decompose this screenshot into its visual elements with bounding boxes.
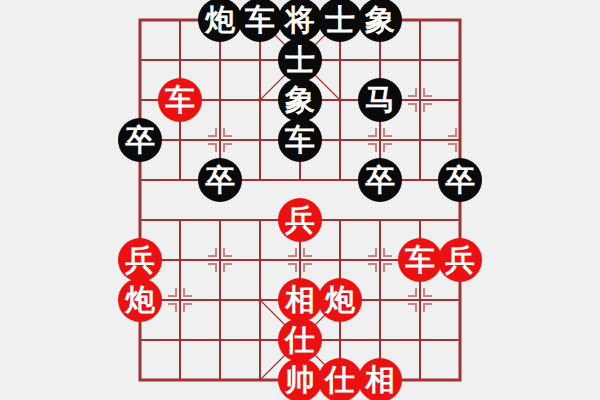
piece-red-chariot[interactable]: 车 bbox=[398, 238, 442, 282]
piece-black-cannon[interactable]: 炮 bbox=[198, 0, 242, 42]
piece-red-advisor[interactable]: 仕 bbox=[318, 358, 362, 400]
piece-red-elephant[interactable]: 相 bbox=[278, 278, 322, 322]
piece-black-general[interactable]: 将 bbox=[278, 0, 322, 42]
piece-red-advisor[interactable]: 仕 bbox=[278, 318, 322, 362]
xiangqi-board: 炮车将士象士车象马卒车卒卒卒兵兵车兵炮相炮仕帅仕相 bbox=[0, 0, 600, 400]
piece-black-advisor[interactable]: 士 bbox=[318, 0, 362, 42]
piece-black-chariot[interactable]: 车 bbox=[278, 118, 322, 162]
piece-red-chariot[interactable]: 车 bbox=[158, 78, 202, 122]
piece-black-pawn[interactable]: 卒 bbox=[358, 158, 402, 202]
piece-red-pawn[interactable]: 兵 bbox=[438, 238, 482, 282]
piece-black-chariot[interactable]: 车 bbox=[238, 0, 282, 42]
piece-black-pawn[interactable]: 卒 bbox=[118, 118, 162, 162]
piece-red-pawn[interactable]: 兵 bbox=[118, 238, 162, 282]
piece-red-pawn[interactable]: 兵 bbox=[278, 198, 322, 242]
piece-black-advisor[interactable]: 士 bbox=[278, 38, 322, 82]
piece-red-general[interactable]: 帅 bbox=[278, 358, 322, 400]
piece-black-pawn[interactable]: 卒 bbox=[438, 158, 482, 202]
piece-black-horse[interactable]: 马 bbox=[358, 78, 402, 122]
piece-red-elephant[interactable]: 相 bbox=[358, 358, 402, 400]
piece-black-pawn[interactable]: 卒 bbox=[198, 158, 242, 202]
pieces-layer: 炮车将士象士车象马卒车卒卒卒兵兵车兵炮相炮仕帅仕相 bbox=[120, 0, 480, 400]
piece-black-elephant[interactable]: 象 bbox=[278, 78, 322, 122]
piece-black-elephant[interactable]: 象 bbox=[358, 0, 402, 42]
piece-red-cannon[interactable]: 炮 bbox=[318, 278, 362, 322]
piece-red-cannon[interactable]: 炮 bbox=[118, 278, 162, 322]
